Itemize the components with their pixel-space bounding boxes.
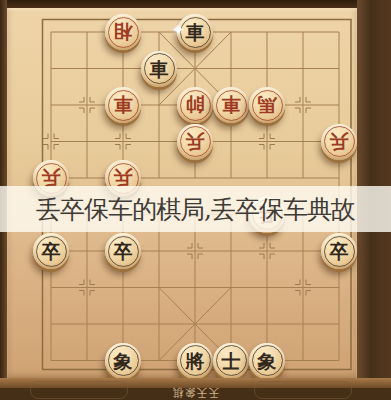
piece-black-將[interactable]: 將	[177, 343, 213, 379]
piece-red-車[interactable]: 車	[105, 87, 141, 123]
piece-red-車[interactable]: 車	[213, 87, 249, 123]
piece-glyph: 卒	[321, 233, 357, 269]
piece-glyph: 象	[105, 343, 141, 379]
piece-red-馬[interactable]: 馬	[249, 87, 285, 123]
piece-red-帥[interactable]: 帥	[177, 87, 213, 123]
piece-glyph: 兵	[177, 124, 213, 160]
piece-glyph: 卒	[105, 233, 141, 269]
caption-band: 丢卒保车的棋局,丢卒保车典故	[0, 186, 391, 232]
app-watermark: 天天象棋	[0, 385, 391, 400]
piece-glyph: 相	[105, 14, 141, 50]
last-move-sparkle-icon: ✦	[168, 20, 188, 40]
caption-text: 丢卒保车的棋局,丢卒保车典故	[36, 193, 355, 226]
piece-glyph: 帥	[177, 87, 213, 123]
app-screenshot: 相車車車帥車馬兵兵兵兵兵卒卒卒象將士象 ✦ 丢卒保车的棋局,丢卒保车典故 天天象…	[0, 0, 391, 400]
piece-red-兵[interactable]: 兵	[321, 124, 357, 160]
piece-red-相[interactable]: 相	[105, 14, 141, 50]
piece-glyph: 兵	[321, 124, 357, 160]
piece-black-士[interactable]: 士	[213, 343, 249, 379]
piece-black-卒[interactable]: 卒	[321, 233, 357, 269]
piece-glyph: 卒	[33, 233, 69, 269]
piece-black-車[interactable]: 車	[141, 51, 177, 87]
piece-black-象[interactable]: 象	[105, 343, 141, 379]
piece-glyph: 士	[213, 343, 249, 379]
piece-red-兵[interactable]: 兵	[177, 124, 213, 160]
piece-glyph: 車	[213, 87, 249, 123]
piece-black-卒[interactable]: 卒	[33, 233, 69, 269]
piece-glyph: 將	[177, 343, 213, 379]
piece-glyph: 象	[249, 343, 285, 379]
board-frame-top	[0, 0, 391, 8]
piece-glyph: 車	[105, 87, 141, 123]
piece-glyph: 車	[141, 51, 177, 87]
piece-black-象[interactable]: 象	[249, 343, 285, 379]
piece-glyph: 馬	[249, 87, 285, 123]
piece-black-卒[interactable]: 卒	[105, 233, 141, 269]
